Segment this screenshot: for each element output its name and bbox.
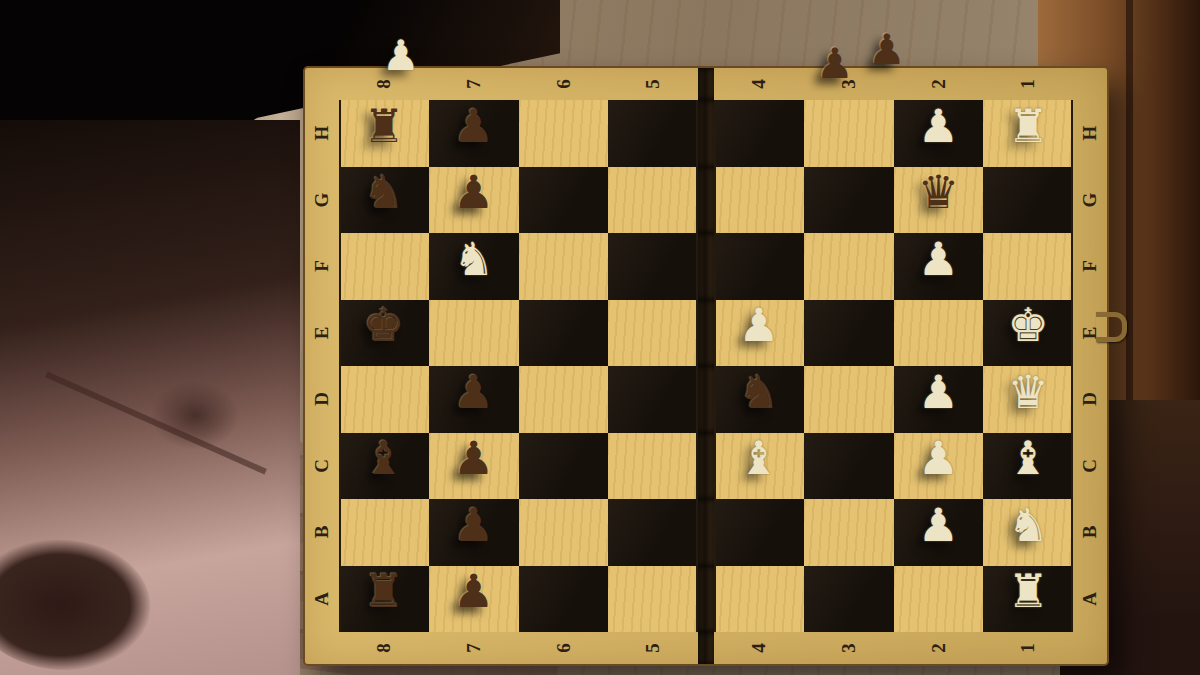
white-pawn-h2: ♟ (918, 106, 959, 147)
coordinate-text: F (311, 260, 333, 272)
right-label-A: A (1073, 566, 1107, 633)
coordinate-text: H (311, 126, 333, 141)
square-c6 (519, 433, 609, 500)
square-e7 (429, 300, 519, 367)
top-label-2: 2 (894, 68, 984, 100)
square-e4: ♟ (714, 300, 804, 367)
square-d2: ♟ (894, 366, 984, 433)
left-label-F: F (305, 233, 339, 300)
coordinate-text: 5 (642, 643, 664, 653)
white-knight-f7: ♞ (453, 239, 494, 280)
square-h4 (714, 100, 804, 167)
square-a1: ♜ (983, 566, 1073, 633)
right-label-B: B (1073, 499, 1107, 566)
square-e8: ♚ (339, 300, 429, 367)
square-b8 (339, 499, 429, 566)
white-bishop-c1: ♝ (1008, 438, 1049, 479)
bottom-label-8: 8 (339, 632, 429, 664)
square-f6 (519, 233, 609, 300)
square-d6 (519, 366, 609, 433)
white-knight-b1: ♞ (1008, 505, 1049, 546)
coordinate-text: H (1079, 126, 1101, 141)
frame-corner (1073, 68, 1107, 100)
coordinate-text: 8 (373, 79, 395, 89)
top-label-4: 4 (714, 68, 804, 100)
square-f2: ♟ (894, 233, 984, 300)
square-h1: ♜ (983, 100, 1073, 167)
square-d3 (804, 366, 894, 433)
coordinate-text: G (311, 192, 333, 207)
black-pawn-g7: ♟ (453, 172, 494, 213)
coordinate-text: A (1079, 592, 1101, 606)
black-king-e8: ♚ (363, 305, 404, 346)
bottom-label-2: 2 (894, 632, 984, 664)
black-rook-h8: ♜ (363, 106, 404, 147)
board-hinge-gap (698, 68, 714, 100)
black-bishop-c8: ♝ (363, 438, 404, 479)
coordinate-text: 3 (838, 643, 860, 653)
board-hinge-gap (698, 566, 714, 633)
square-b1: ♞ (983, 499, 1073, 566)
white-pawn-f2: ♟ (918, 239, 959, 280)
photo-scene: 87654321H♜♟♟♜HG♞♟♛GF♞♟FE♚♟♚ED♟♞♟♛DC♝♟♝♟♝… (0, 0, 1200, 675)
black-pawn-h7: ♟ (453, 106, 494, 147)
frame-corner (1073, 632, 1107, 664)
white-rook-h1: ♜ (1008, 106, 1049, 147)
white-pawn-e4: ♟ (738, 305, 779, 346)
square-e2 (894, 300, 984, 367)
square-c8: ♝ (339, 433, 429, 500)
right-label-C: C (1073, 433, 1107, 500)
square-h6 (519, 100, 609, 167)
square-a7: ♟ (429, 566, 519, 633)
square-b5 (608, 499, 698, 566)
square-f7: ♞ (429, 233, 519, 300)
square-g2: ♛ (894, 167, 984, 234)
coordinate-text: D (1079, 392, 1101, 406)
top-label-6: 6 (519, 68, 609, 100)
black-rook-a8: ♜ (363, 571, 404, 612)
right-label-D: D (1073, 366, 1107, 433)
square-b3 (804, 499, 894, 566)
square-b6 (519, 499, 609, 566)
top-label-1: 1 (983, 68, 1073, 100)
coordinate-text: 2 (927, 79, 949, 89)
coordinate-text: D (311, 392, 333, 406)
square-f8 (339, 233, 429, 300)
black-pawn-b7: ♟ (453, 505, 494, 546)
coordinate-text: 4 (748, 643, 770, 653)
board-hinge-gap (698, 499, 714, 566)
left-label-G: G (305, 167, 339, 234)
board-hinge-gap (698, 233, 714, 300)
coordinate-text: 6 (552, 79, 574, 89)
coordinate-text: 4 (748, 79, 770, 89)
coordinate-text: 7 (463, 643, 485, 653)
coordinate-text: 7 (463, 79, 485, 89)
square-a4 (714, 566, 804, 633)
square-b2: ♟ (894, 499, 984, 566)
top-label-7: 7 (429, 68, 519, 100)
square-c2: ♟ (894, 433, 984, 500)
square-f3 (804, 233, 894, 300)
square-g6 (519, 167, 609, 234)
white-pawn-b2: ♟ (918, 505, 959, 546)
bottom-label-4: 4 (714, 632, 804, 664)
white-pawn-d2: ♟ (918, 372, 959, 413)
square-e3 (804, 300, 894, 367)
square-e6 (519, 300, 609, 367)
square-d1: ♛ (983, 366, 1073, 433)
captured-white-pawn: ♟ (382, 35, 420, 77)
captured-black-pawn: ♟ (816, 43, 854, 85)
square-g1 (983, 167, 1073, 234)
square-a2 (894, 566, 984, 633)
frame-corner (305, 68, 339, 100)
square-h5 (608, 100, 698, 167)
square-g7: ♟ (429, 167, 519, 234)
cabinet-edge-line (1126, 0, 1133, 420)
white-queen-d1: ♛ (1008, 372, 1049, 413)
captured-black-pawn: ♟ (868, 29, 906, 71)
square-f1 (983, 233, 1073, 300)
right-label-F: F (1073, 233, 1107, 300)
bottom-label-7: 7 (429, 632, 519, 664)
square-c1: ♝ (983, 433, 1073, 500)
square-g8: ♞ (339, 167, 429, 234)
square-d4: ♞ (714, 366, 804, 433)
coordinate-text: C (1079, 459, 1101, 473)
bottom-label-1: 1 (983, 632, 1073, 664)
board-hinge-gap (698, 300, 714, 367)
board-clasp-hook (1096, 312, 1127, 342)
black-pawn-c7: ♟ (453, 438, 494, 479)
square-c3 (804, 433, 894, 500)
left-label-B: B (305, 499, 339, 566)
frame-corner (305, 632, 339, 664)
chess-board: 87654321H♜♟♟♜HG♞♟♛GF♞♟FE♚♟♚ED♟♞♟♛DC♝♟♝♟♝… (303, 66, 1109, 666)
square-g4 (714, 167, 804, 234)
left-label-E: E (305, 300, 339, 367)
white-bishop-c4: ♝ (738, 438, 779, 479)
black-pawn-a7: ♟ (453, 571, 494, 612)
coordinate-text: 2 (927, 643, 949, 653)
square-b4 (714, 499, 804, 566)
square-e5 (608, 300, 698, 367)
black-pawn-d7: ♟ (453, 372, 494, 413)
board-hinge-gap (698, 632, 714, 664)
coordinate-text: B (1079, 526, 1101, 539)
white-rook-a1: ♜ (1008, 571, 1049, 612)
coordinate-text: 8 (373, 643, 395, 653)
coordinate-text: C (311, 459, 333, 473)
left-label-A: A (305, 566, 339, 633)
coordinate-text: B (311, 526, 333, 539)
square-a6 (519, 566, 609, 633)
square-c7: ♟ (429, 433, 519, 500)
square-c5 (608, 433, 698, 500)
board-hinge-gap (698, 366, 714, 433)
square-f5 (608, 233, 698, 300)
square-h8: ♜ (339, 100, 429, 167)
square-h2: ♟ (894, 100, 984, 167)
black-queen-g2: ♛ (918, 172, 959, 213)
square-h7: ♟ (429, 100, 519, 167)
coordinate-text: E (311, 326, 333, 339)
black-knight-d4: ♞ (738, 372, 779, 413)
bottom-label-5: 5 (608, 632, 698, 664)
right-label-H: H (1073, 100, 1107, 167)
board-hinge-gap (698, 100, 714, 167)
black-knight-g8: ♞ (363, 172, 404, 213)
square-g5 (608, 167, 698, 234)
square-d7: ♟ (429, 366, 519, 433)
board-hinge-gap (698, 167, 714, 234)
coordinate-text: 6 (552, 643, 574, 653)
square-c4: ♝ (714, 433, 804, 500)
left-label-C: C (305, 433, 339, 500)
square-a3 (804, 566, 894, 633)
square-f4 (714, 233, 804, 300)
coordinate-text: F (1079, 260, 1101, 272)
square-d5 (608, 366, 698, 433)
square-e1: ♚ (983, 300, 1073, 367)
coordinate-text: 1 (1017, 643, 1039, 653)
square-a5 (608, 566, 698, 633)
white-pawn-c2: ♟ (918, 438, 959, 479)
square-a8: ♜ (339, 566, 429, 633)
coordinate-text: A (311, 592, 333, 606)
board-hinge-gap (698, 433, 714, 500)
white-king-e1: ♚ (1008, 305, 1049, 346)
square-d8 (339, 366, 429, 433)
bottom-label-3: 3 (804, 632, 894, 664)
top-label-5: 5 (608, 68, 698, 100)
square-h3 (804, 100, 894, 167)
coordinate-text: 5 (642, 79, 664, 89)
square-b7: ♟ (429, 499, 519, 566)
left-label-D: D (305, 366, 339, 433)
left-label-H: H (305, 100, 339, 167)
coordinate-text: G (1079, 192, 1101, 207)
bottom-label-6: 6 (519, 632, 609, 664)
square-g3 (804, 167, 894, 234)
coordinate-text: 1 (1017, 79, 1039, 89)
right-label-G: G (1073, 167, 1107, 234)
